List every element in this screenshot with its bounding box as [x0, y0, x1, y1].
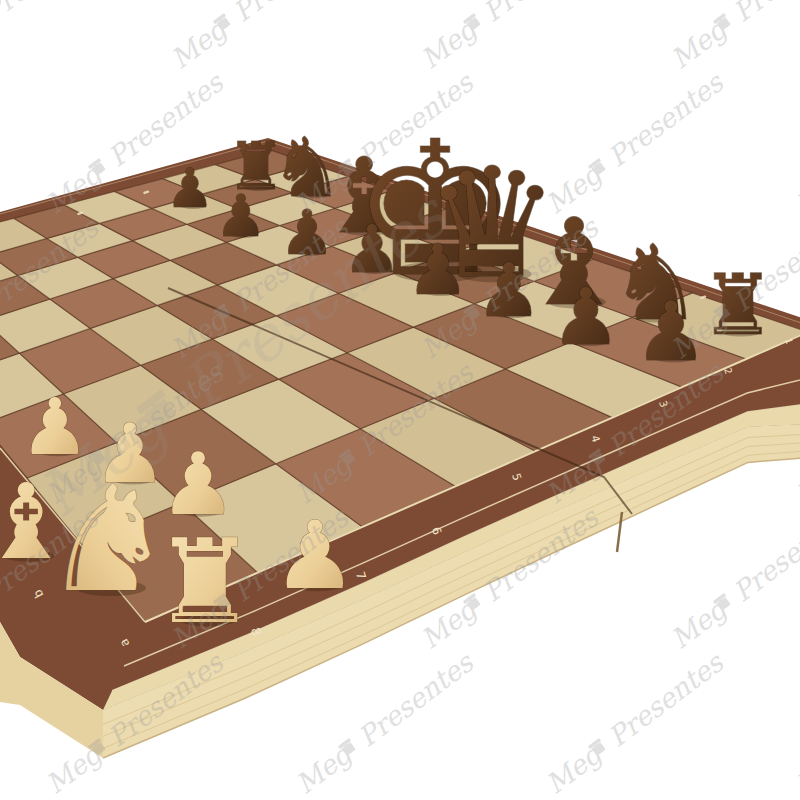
watermark: MegPresentes: [540, 646, 730, 800]
svg-text:Presentes: Presentes: [727, 501, 800, 608]
black-pawn-glyph: ♟: [551, 272, 621, 362]
svg-text:Presentes: Presentes: [727, 0, 800, 28]
black-pawn-glyph: ♟: [166, 157, 214, 220]
svg-text:Meg: Meg: [790, 156, 800, 220]
watermark: MegPresentes: [290, 646, 480, 800]
svg-text:Presentes: Presentes: [477, 0, 605, 28]
watermark: MegPresentes: [0, 0, 105, 75]
watermark: MegPresentes: [665, 0, 800, 75]
black-pawn-glyph: ♟: [215, 182, 267, 250]
svg-text:Presentes: Presentes: [602, 646, 730, 753]
svg-text:Presentes: Presentes: [227, 0, 355, 28]
watermark: MegPresentes: [540, 66, 730, 220]
piece-black-pawn[interactable]: ♟: [215, 182, 267, 250]
svg-text:Presentes: Presentes: [352, 646, 480, 753]
board-photo-svg: 87654321ab♜♞♟♝♟♟♟♚♛♟♝♟♞♜♟♟♟♟♟♝♟♞♜MegPres…: [0, 0, 800, 800]
svg-text:Meg: Meg: [790, 736, 800, 800]
svg-text:Presentes: Presentes: [0, 0, 105, 28]
chess-set-photo: Product photo of a folding wooden chess …: [0, 0, 800, 800]
piece-black-pawn[interactable]: ♟: [551, 272, 621, 362]
watermark: MegPresentes: [665, 501, 800, 655]
watermark: MegPresentes: [790, 66, 800, 220]
piece-black-pawn[interactable]: ♟: [166, 157, 214, 220]
watermark: MegPresentes: [415, 0, 605, 75]
watermark: MegPresentes: [165, 0, 355, 75]
svg-text:Presentes: Presentes: [602, 66, 730, 173]
watermark: MegPresentes: [790, 646, 800, 800]
